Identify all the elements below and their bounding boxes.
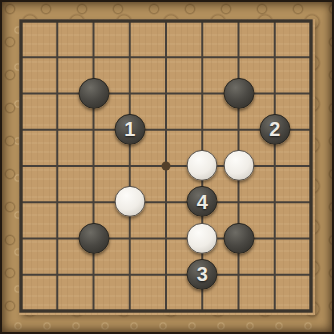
go-board: 1243 xyxy=(0,0,334,334)
stone-move-number: 2 xyxy=(269,119,280,139)
stone-black[interactable] xyxy=(223,77,254,108)
stone-black-move-1[interactable]: 1 xyxy=(114,114,145,145)
stone-black[interactable] xyxy=(78,222,109,253)
stone-move-number: 4 xyxy=(197,192,208,212)
stone-black[interactable] xyxy=(223,222,254,253)
stone-black-move-3[interactable]: 3 xyxy=(187,259,218,290)
stone-black-move-2[interactable]: 2 xyxy=(259,114,290,145)
stone-move-number: 1 xyxy=(124,119,135,139)
stone-move-number: 3 xyxy=(197,264,208,284)
stone-white[interactable] xyxy=(114,186,145,217)
stone-white[interactable] xyxy=(187,150,218,181)
stone-black-move-4[interactable]: 4 xyxy=(187,186,218,217)
board-field[interactable] xyxy=(19,19,315,315)
stone-white[interactable] xyxy=(223,150,254,181)
stone-black[interactable] xyxy=(78,77,109,108)
stone-white[interactable] xyxy=(187,222,218,253)
